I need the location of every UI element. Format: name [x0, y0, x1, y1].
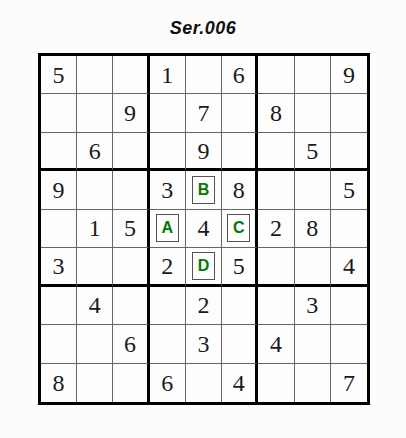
given-digit: 7	[197, 101, 209, 125]
cell-r5c1[interactable]	[41, 210, 77, 248]
cell-r5c4[interactable]: A	[150, 210, 186, 248]
cell-r4c1[interactable]: 9	[41, 171, 77, 209]
cell-r4c6[interactable]: 8	[222, 171, 258, 209]
letter-C: C	[233, 220, 245, 236]
given-digit: 8	[270, 101, 282, 125]
given-digit: 1	[161, 63, 173, 87]
cell-r4c9[interactable]: 5	[331, 171, 367, 209]
cell-r7c9[interactable]	[331, 287, 367, 325]
cell-r8c1[interactable]	[41, 325, 77, 363]
cell-r4c8[interactable]	[295, 171, 331, 209]
given-digit: 6	[89, 139, 101, 163]
cell-r7c6[interactable]	[222, 287, 258, 325]
cell-r7c7[interactable]	[258, 287, 294, 325]
cell-r9c6[interactable]: 4	[222, 364, 258, 402]
given-digit: 2	[161, 254, 173, 278]
cell-r3c3[interactable]	[113, 133, 149, 171]
given-digit: 9	[197, 139, 209, 163]
cell-r4c4[interactable]: 3	[150, 171, 186, 209]
cell-r8c6[interactable]	[222, 325, 258, 363]
letter-box-C: C	[227, 214, 250, 242]
given-digit: 4	[270, 332, 282, 356]
given-digit: 6	[161, 371, 173, 395]
cell-r8c7[interactable]: 4	[258, 325, 294, 363]
given-digit: 5	[53, 63, 65, 87]
cell-r6c1[interactable]: 3	[41, 248, 77, 286]
cell-r8c5[interactable]: 3	[186, 325, 222, 363]
cell-r1c1[interactable]: 5	[41, 56, 77, 94]
given-digit: 2	[270, 216, 282, 240]
cell-r3c7[interactable]	[258, 133, 294, 171]
cell-r8c2[interactable]	[77, 325, 113, 363]
cell-r4c2[interactable]	[77, 171, 113, 209]
given-digit: 9	[343, 63, 355, 87]
cell-r5c9[interactable]	[331, 210, 367, 248]
cell-r1c2[interactable]	[77, 56, 113, 94]
cell-r5c2[interactable]: 1	[77, 210, 113, 248]
given-digit: 5	[306, 139, 318, 163]
given-digit: 8	[233, 178, 245, 202]
letter-B: B	[198, 182, 210, 198]
cell-r2c4[interactable]	[150, 94, 186, 132]
cell-r6c5[interactable]: D	[186, 248, 222, 286]
cell-r1c7[interactable]	[258, 56, 294, 94]
cell-r9c7[interactable]	[258, 364, 294, 402]
cell-r1c4[interactable]: 1	[150, 56, 186, 94]
given-digit: 4	[233, 371, 245, 395]
cell-r9c5[interactable]	[186, 364, 222, 402]
cell-r1c8[interactable]	[295, 56, 331, 94]
given-digit: 8	[53, 371, 65, 395]
given-digit: 6	[124, 332, 136, 356]
cell-r2c6[interactable]	[222, 94, 258, 132]
cell-r2c9[interactable]	[331, 94, 367, 132]
cell-r6c3[interactable]	[113, 248, 149, 286]
cell-r9c2[interactable]	[77, 364, 113, 402]
given-digit: 5	[343, 178, 355, 202]
given-digit: 4	[197, 216, 209, 240]
cell-r8c9[interactable]	[331, 325, 367, 363]
cell-r9c3[interactable]	[113, 364, 149, 402]
cell-r9c1[interactable]: 8	[41, 364, 77, 402]
cell-r2c5[interactable]: 7	[186, 94, 222, 132]
cell-r1c6[interactable]: 6	[222, 56, 258, 94]
cell-r5c3[interactable]: 5	[113, 210, 149, 248]
given-digit: 6	[233, 63, 245, 87]
cell-r4c7[interactable]	[258, 171, 294, 209]
cell-r8c3[interactable]: 6	[113, 325, 149, 363]
puzzle-title: Ser.006	[0, 18, 406, 39]
given-digit: 3	[306, 293, 318, 317]
cell-r9c9[interactable]: 7	[331, 364, 367, 402]
letter-A: A	[161, 220, 173, 236]
cell-r6c2[interactable]	[77, 248, 113, 286]
cell-r5c6[interactable]: C	[222, 210, 258, 248]
cell-r1c3[interactable]	[113, 56, 149, 94]
cell-r4c5[interactable]: B	[186, 171, 222, 209]
cell-r7c4[interactable]	[150, 287, 186, 325]
given-digit: 5	[124, 216, 136, 240]
cell-r7c1[interactable]	[41, 287, 77, 325]
letter-D: D	[198, 258, 210, 274]
given-digit: 7	[343, 371, 355, 395]
cell-r6c6[interactable]: 5	[222, 248, 258, 286]
cell-r2c7[interactable]: 8	[258, 94, 294, 132]
given-digit: 3	[197, 332, 209, 356]
cell-r7c3[interactable]	[113, 287, 149, 325]
cell-r3c1[interactable]	[41, 133, 77, 171]
cell-r6c7[interactable]	[258, 248, 294, 286]
cell-r2c2[interactable]	[77, 94, 113, 132]
given-digit: 4	[89, 293, 101, 317]
cell-r3c4[interactable]	[150, 133, 186, 171]
given-digit: 3	[161, 178, 173, 202]
letter-box-A: A	[156, 214, 179, 242]
cell-r2c8[interactable]	[295, 94, 331, 132]
cell-r7c5[interactable]: 2	[186, 287, 222, 325]
cell-r5c8[interactable]: 8	[295, 210, 331, 248]
cell-r5c7[interactable]: 2	[258, 210, 294, 248]
cell-r2c3[interactable]: 9	[113, 94, 149, 132]
letter-box-D: D	[192, 252, 215, 280]
cell-r6c4[interactable]: 2	[150, 248, 186, 286]
cell-r3c9[interactable]	[331, 133, 367, 171]
given-digit: 8	[306, 216, 318, 240]
cell-r3c2[interactable]: 6	[77, 133, 113, 171]
cell-r3c6[interactable]	[222, 133, 258, 171]
cell-r6c8[interactable]	[295, 248, 331, 286]
cell-r8c4[interactable]	[150, 325, 186, 363]
given-digit: 1	[89, 216, 101, 240]
cell-r2c1[interactable]	[41, 94, 77, 132]
cell-r7c8[interactable]: 3	[295, 287, 331, 325]
sudoku-board: 516997869593B8515A4C2832D544236348647	[38, 53, 370, 405]
given-digit: 4	[343, 254, 355, 278]
cell-r1c5[interactable]	[186, 56, 222, 94]
cell-r4c3[interactable]	[113, 171, 149, 209]
given-digit: 2	[197, 293, 209, 317]
given-digit: 9	[124, 101, 136, 125]
cell-r9c4[interactable]: 6	[150, 364, 186, 402]
cell-r6c9[interactable]: 4	[331, 248, 367, 286]
cell-r1c9[interactable]: 9	[331, 56, 367, 94]
cell-r5c5[interactable]: 4	[186, 210, 222, 248]
cell-r3c5[interactable]: 9	[186, 133, 222, 171]
given-digit: 3	[53, 254, 65, 278]
given-digit: 5	[233, 254, 245, 278]
cell-r3c8[interactable]: 5	[295, 133, 331, 171]
cell-r8c8[interactable]	[295, 325, 331, 363]
cell-r9c8[interactable]	[295, 364, 331, 402]
cell-r7c2[interactable]: 4	[77, 287, 113, 325]
given-digit: 9	[53, 178, 65, 202]
letter-box-B: B	[192, 176, 215, 204]
